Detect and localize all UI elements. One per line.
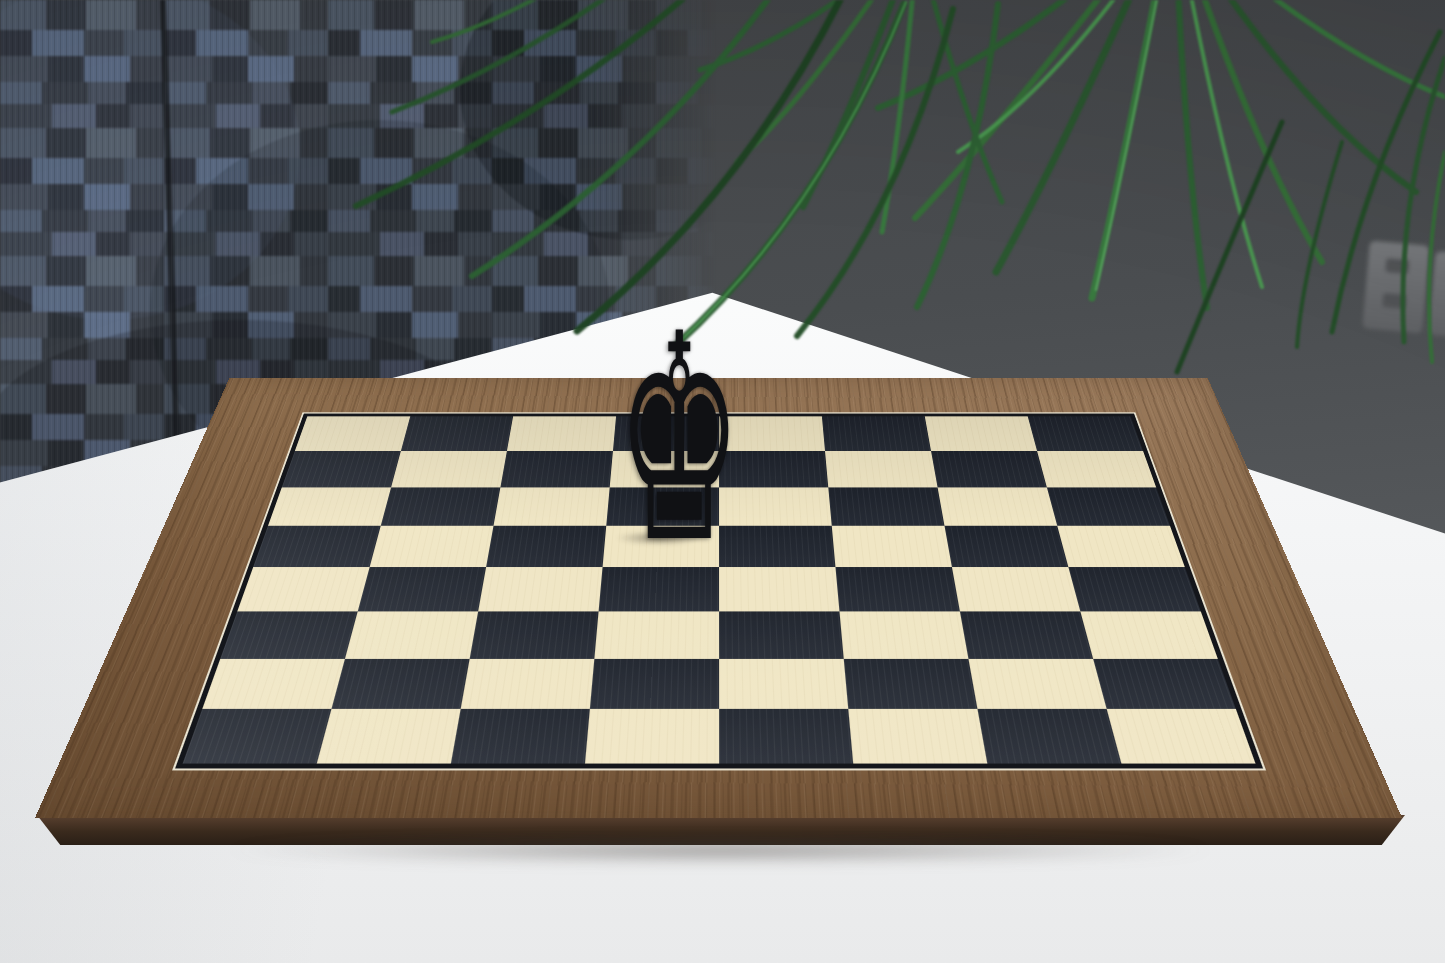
square-a6[interactable] <box>268 487 391 526</box>
square-b6[interactable] <box>381 487 501 526</box>
scene: ♚ <box>0 0 1445 963</box>
square-b4[interactable] <box>358 567 486 611</box>
outlet-slot <box>1385 258 1409 274</box>
square-a8[interactable] <box>295 416 410 450</box>
square-h3[interactable] <box>1080 611 1217 658</box>
square-g7[interactable] <box>931 451 1047 487</box>
black-king-glyph: ♚ <box>617 333 702 545</box>
square-f4[interactable] <box>835 567 959 611</box>
square-b8[interactable] <box>401 416 513 450</box>
square-f5[interactable] <box>832 526 952 567</box>
square-g2[interactable] <box>968 658 1106 709</box>
square-d1[interactable] <box>585 709 719 763</box>
square-a1[interactable] <box>183 709 332 763</box>
square-c4[interactable] <box>478 567 602 611</box>
square-h6[interactable] <box>1047 487 1170 526</box>
square-g4[interactable] <box>952 567 1080 611</box>
board-shadow <box>55 840 1385 874</box>
square-h8[interactable] <box>1028 416 1143 450</box>
square-h5[interactable] <box>1057 526 1185 567</box>
black-king[interactable]: ♚ <box>574 337 744 545</box>
square-f6[interactable] <box>828 487 944 526</box>
outlet-slot <box>1382 293 1406 309</box>
square-h7[interactable] <box>1037 451 1156 487</box>
square-b5[interactable] <box>370 526 494 567</box>
square-e1[interactable] <box>719 709 853 763</box>
square-f3[interactable] <box>839 611 968 658</box>
square-f2[interactable] <box>844 658 978 709</box>
square-g8[interactable] <box>925 416 1037 450</box>
square-d2[interactable] <box>590 658 719 709</box>
square-g6[interactable] <box>938 487 1058 526</box>
square-a5[interactable] <box>253 526 381 567</box>
wall-outlet <box>1362 241 1429 334</box>
square-b7[interactable] <box>391 451 507 487</box>
square-b1[interactable] <box>317 709 461 763</box>
square-a3[interactable] <box>220 611 357 658</box>
square-b2[interactable] <box>331 658 469 709</box>
square-g5[interactable] <box>944 526 1068 567</box>
square-a4[interactable] <box>237 567 369 611</box>
square-e3[interactable] <box>719 611 844 658</box>
square-e2[interactable] <box>719 658 848 709</box>
square-f7[interactable] <box>825 451 938 487</box>
square-a7[interactable] <box>282 451 401 487</box>
square-h2[interactable] <box>1093 658 1236 709</box>
square-c3[interactable] <box>470 611 599 658</box>
square-h1[interactable] <box>1107 709 1256 763</box>
square-f1[interactable] <box>848 709 987 763</box>
square-c2[interactable] <box>461 658 595 709</box>
square-d3[interactable] <box>594 611 719 658</box>
square-a2[interactable] <box>202 658 345 709</box>
square-h4[interactable] <box>1068 567 1200 611</box>
square-g3[interactable] <box>960 611 1093 658</box>
square-b3[interactable] <box>345 611 478 658</box>
square-f8[interactable] <box>822 416 931 450</box>
square-c1[interactable] <box>451 709 590 763</box>
square-g1[interactable] <box>977 709 1121 763</box>
